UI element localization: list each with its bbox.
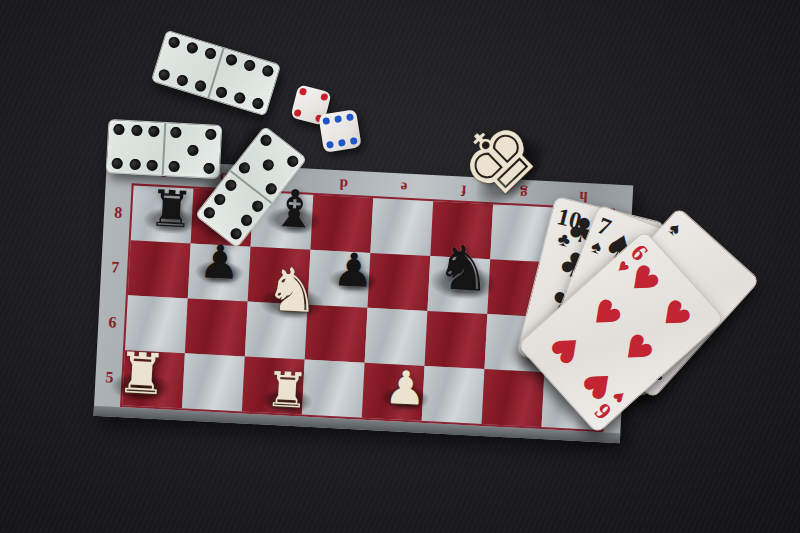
- pip: [250, 198, 265, 213]
- pip: [263, 181, 278, 196]
- pip: [148, 126, 160, 138]
- domino-6-5[interactable]: [106, 119, 223, 179]
- piece-white-pawn-e5[interactable]: ♟: [384, 364, 428, 412]
- spades-icon: ♠: [666, 219, 685, 238]
- pip: [350, 137, 358, 145]
- pip: [225, 54, 239, 68]
- square-g5: [482, 369, 545, 427]
- pip: [346, 113, 354, 121]
- square-b6: [185, 298, 248, 356]
- hearts-pip-icon: ♥: [652, 293, 698, 338]
- pip: [243, 59, 257, 73]
- piece-white-knight-c6[interactable]: ♞: [264, 259, 321, 322]
- pip: [203, 47, 217, 61]
- file-label-d: d: [333, 174, 354, 195]
- square-f5: [422, 366, 485, 424]
- pip: [228, 226, 243, 241]
- file-label-e: e: [393, 177, 414, 198]
- pip: [176, 73, 190, 87]
- pip: [294, 109, 302, 117]
- pip: [260, 64, 274, 78]
- pip: [193, 79, 207, 93]
- pip: [203, 162, 215, 174]
- pip: [158, 68, 172, 82]
- hearts-pip-icon: ♥: [582, 292, 628, 337]
- square-a7: [128, 240, 191, 298]
- pip: [285, 153, 300, 168]
- pip: [239, 212, 254, 227]
- square-e8: [370, 198, 433, 256]
- pip: [326, 141, 334, 149]
- domino-6-6[interactable]: [151, 30, 282, 117]
- pip: [233, 91, 247, 105]
- card-corner-index: ♠: [666, 218, 686, 238]
- piece-white-rook-a5[interactable]: ♜: [115, 345, 168, 404]
- piece-black-rook-a8[interactable]: ♜: [148, 183, 195, 235]
- pip: [205, 129, 217, 141]
- rank-label-8: 8: [110, 203, 127, 222]
- pip: [187, 145, 199, 157]
- pip: [131, 125, 143, 137]
- rank-label-6: 6: [104, 313, 121, 332]
- piece-white-rook-c5[interactable]: ♜: [264, 365, 309, 415]
- pip: [213, 192, 228, 207]
- pip: [170, 127, 182, 139]
- square-f6: [425, 311, 488, 369]
- domino-half-6: [107, 120, 165, 175]
- pip: [320, 93, 328, 101]
- pip: [111, 157, 123, 169]
- pip: [322, 117, 330, 125]
- scene-background: { "game": "chess (travel folding board, …: [0, 0, 800, 533]
- piece-black-pawn-d7[interactable]: ♟: [332, 246, 376, 294]
- square-e6: [365, 308, 428, 366]
- pip: [185, 41, 199, 55]
- hearts-pip-icon: ♥: [544, 326, 590, 371]
- piece-black-knight-f7[interactable]: ♞: [434, 236, 493, 301]
- domino-half-5: [162, 123, 222, 178]
- rank-label-7: 7: [107, 258, 124, 277]
- pip: [261, 157, 276, 172]
- pip: [168, 160, 180, 172]
- pip: [113, 124, 125, 136]
- pip: [237, 160, 252, 175]
- die-face-6[interactable]: [318, 109, 361, 152]
- pip: [146, 159, 158, 171]
- square-b5: [182, 353, 245, 411]
- pip: [299, 88, 307, 96]
- pip: [168, 36, 182, 50]
- pip: [334, 115, 342, 123]
- domino-half-6: [207, 48, 280, 115]
- pip: [129, 158, 141, 170]
- pip: [251, 96, 265, 110]
- pip: [338, 139, 346, 147]
- pip: [215, 85, 229, 99]
- pip: [223, 178, 238, 193]
- hearts-pip-icon: ♥: [614, 327, 660, 372]
- pip: [202, 205, 217, 220]
- pip: [259, 133, 274, 148]
